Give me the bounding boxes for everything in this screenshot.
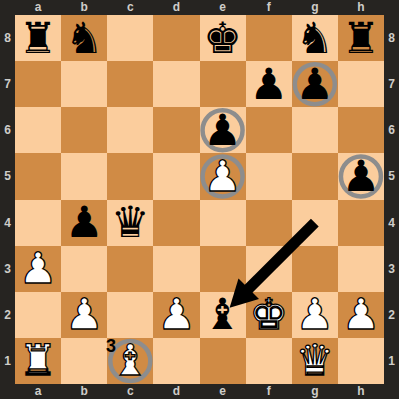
coords-right-3: 3 [384, 246, 399, 292]
rank-labels-left: 87654321 [0, 15, 15, 384]
piece-black-rook-h8[interactable]: ♜ [342, 17, 381, 60]
square-h7[interactable] [338, 61, 384, 107]
coords-top-f: f [246, 0, 292, 15]
square-f1[interactable] [246, 338, 292, 384]
coords-left-4: 4 [0, 200, 15, 246]
square-f7[interactable]: ♟ [246, 61, 292, 107]
square-h5[interactable]: ♟ [338, 153, 384, 199]
coords-bottom-b: b [61, 384, 107, 399]
coords-left-8: 8 [0, 15, 15, 61]
square-d3[interactable] [153, 246, 199, 292]
square-f8[interactable] [246, 15, 292, 61]
coords-bottom-g: g [292, 384, 338, 399]
square-c3[interactable] [107, 246, 153, 292]
square-e5[interactable]: ♟ [200, 153, 246, 199]
piece-black-queen-c4[interactable]: ♛ [111, 201, 150, 244]
piece-white-pawn-g2[interactable]: ♟ [296, 293, 335, 336]
piece-white-king-f2[interactable]: ♚ [249, 293, 288, 336]
piece-black-pawn-f7[interactable]: ♟ [249, 63, 288, 106]
square-a5[interactable] [15, 153, 61, 199]
square-f2[interactable]: ♚ [246, 292, 292, 338]
square-h8[interactable]: ♜ [338, 15, 384, 61]
piece-black-pawn-b4[interactable]: ♟ [65, 201, 104, 244]
square-c2[interactable] [107, 292, 153, 338]
square-e7[interactable] [200, 61, 246, 107]
square-f3[interactable] [246, 246, 292, 292]
piece-black-knight-b8[interactable]: ♞ [65, 17, 104, 60]
square-a6[interactable] [15, 107, 61, 153]
coords-right-7: 7 [384, 61, 399, 107]
coords-right-8: 8 [384, 15, 399, 61]
coords-bottom-d: d [153, 384, 199, 399]
square-c8[interactable] [107, 15, 153, 61]
square-b2[interactable]: ♟ [61, 292, 107, 338]
coords-top-d: d [153, 0, 199, 15]
coords-right-2: 2 [384, 292, 399, 338]
square-a7[interactable] [15, 61, 61, 107]
square-e2[interactable]: ♝ [200, 292, 246, 338]
square-a1[interactable]: ♜ [15, 338, 61, 384]
square-g4[interactable] [292, 200, 338, 246]
square-b4[interactable]: ♟ [61, 200, 107, 246]
square-e3[interactable] [200, 246, 246, 292]
square-h6[interactable] [338, 107, 384, 153]
move-number-label: 3 [106, 336, 116, 358]
coords-right-5: 5 [384, 153, 399, 199]
square-b8[interactable]: ♞ [61, 15, 107, 61]
piece-black-rook-a8[interactable]: ♜ [19, 17, 58, 60]
square-e8[interactable]: ♚ [200, 15, 246, 61]
piece-black-king-e8[interactable]: ♚ [203, 17, 242, 60]
square-b3[interactable] [61, 246, 107, 292]
file-labels-bottom: abcdefgh [15, 384, 384, 399]
square-c5[interactable] [107, 153, 153, 199]
square-d1[interactable] [153, 338, 199, 384]
square-d6[interactable] [153, 107, 199, 153]
piece-white-bishop-c1[interactable]: ♝ [111, 339, 150, 382]
coords-bottom-c: c [107, 384, 153, 399]
coords-bottom-a: a [15, 384, 61, 399]
square-d4[interactable] [153, 200, 199, 246]
square-b1[interactable] [61, 338, 107, 384]
piece-black-knight-g8[interactable]: ♞ [296, 17, 335, 60]
piece-black-pawn-h5[interactable]: ♟ [342, 155, 381, 198]
coords-bottom-h: h [338, 384, 384, 399]
square-d8[interactable] [153, 15, 199, 61]
coords-left-1: 1 [0, 338, 15, 384]
square-f6[interactable] [246, 107, 292, 153]
square-g7[interactable]: ♟ [292, 61, 338, 107]
coords-top-c: c [107, 0, 153, 15]
square-a8[interactable]: ♜ [15, 15, 61, 61]
square-g2[interactable]: ♟ [292, 292, 338, 338]
rank-labels-right: 87654321 [384, 15, 399, 384]
square-f5[interactable] [246, 153, 292, 199]
coords-right-6: 6 [384, 107, 399, 153]
piece-white-pawn-a3[interactable]: ♟ [19, 247, 58, 290]
coords-left-3: 3 [0, 246, 15, 292]
square-g3[interactable] [292, 246, 338, 292]
square-d7[interactable] [153, 61, 199, 107]
chess-board-frame: abcdefgh abcdefgh 87654321 87654321 ♜♞♚♞… [0, 0, 399, 399]
square-g1[interactable]: ♛ [292, 338, 338, 384]
square-h2[interactable]: ♟ [338, 292, 384, 338]
piece-black-pawn-e6[interactable]: ♟ [203, 109, 242, 152]
coords-right-4: 4 [384, 200, 399, 246]
coords-left-5: 5 [0, 153, 15, 199]
square-a3[interactable]: ♟ [15, 246, 61, 292]
piece-white-pawn-h2[interactable]: ♟ [342, 293, 381, 336]
piece-white-pawn-e5[interactable]: ♟ [203, 155, 242, 198]
piece-white-queen-g1[interactable]: ♛ [296, 339, 335, 382]
square-a2[interactable] [15, 292, 61, 338]
coords-left-7: 7 [0, 61, 15, 107]
coords-left-6: 6 [0, 107, 15, 153]
square-f4[interactable] [246, 200, 292, 246]
square-e1[interactable] [200, 338, 246, 384]
piece-white-pawn-d2[interactable]: ♟ [157, 293, 196, 336]
square-g5[interactable] [292, 153, 338, 199]
coords-bottom-e: e [200, 384, 246, 399]
square-h1[interactable] [338, 338, 384, 384]
square-c4[interactable]: ♛ [107, 200, 153, 246]
square-b7[interactable] [61, 61, 107, 107]
square-c7[interactable] [107, 61, 153, 107]
square-g6[interactable] [292, 107, 338, 153]
square-c6[interactable] [107, 107, 153, 153]
coords-left-2: 2 [0, 292, 15, 338]
piece-black-bishop-e2[interactable]: ♝ [203, 293, 242, 336]
square-b5[interactable] [61, 153, 107, 199]
chess-board[interactable]: ♜♞♚♞♜♟♟♟♟♟♟♛♟♟♟♝♚♟♟♜♝♛ [15, 15, 384, 384]
square-h4[interactable] [338, 200, 384, 246]
square-d2[interactable]: ♟ [153, 292, 199, 338]
square-e6[interactable]: ♟ [200, 107, 246, 153]
square-h3[interactable] [338, 246, 384, 292]
square-a4[interactable] [15, 200, 61, 246]
square-e4[interactable] [200, 200, 246, 246]
piece-white-rook-a1[interactable]: ♜ [19, 339, 58, 382]
square-b6[interactable] [61, 107, 107, 153]
coords-right-1: 1 [384, 338, 399, 384]
piece-white-pawn-b2[interactable]: ♟ [65, 293, 104, 336]
square-g8[interactable]: ♞ [292, 15, 338, 61]
square-d5[interactable] [153, 153, 199, 199]
piece-black-pawn-g7[interactable]: ♟ [296, 63, 335, 106]
coords-bottom-f: f [246, 384, 292, 399]
